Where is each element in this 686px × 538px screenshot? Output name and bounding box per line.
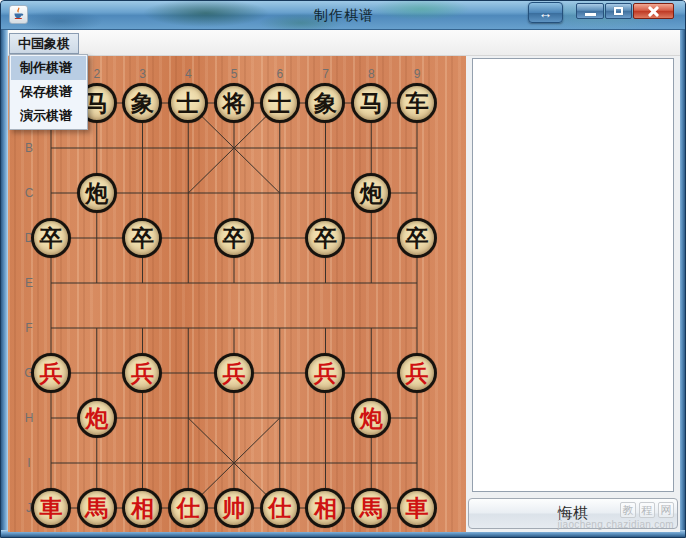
watermark-url: jiaocheng.chazidian.com xyxy=(558,519,674,530)
watermark-box-char: 程 xyxy=(639,502,655,518)
piece-red-車-J1[interactable]: 車 xyxy=(31,488,71,528)
piece-black-炮-C8[interactable]: 炮 xyxy=(351,173,391,213)
column-label-8: 8 xyxy=(368,67,375,81)
piece-black-卒-D5[interactable]: 卒 xyxy=(214,218,254,258)
column-label-3: 3 xyxy=(139,67,146,81)
minimize-icon xyxy=(585,13,596,16)
column-label-7: 7 xyxy=(322,67,329,81)
move-list-area[interactable] xyxy=(472,58,674,492)
piece-red-兵-G7[interactable]: 兵 xyxy=(305,353,345,393)
column-label-6: 6 xyxy=(276,67,283,81)
piece-red-兵-G3[interactable]: 兵 xyxy=(122,353,162,393)
piece-black-将-A5[interactable]: 将 xyxy=(214,83,254,123)
piece-red-兵-G9[interactable]: 兵 xyxy=(397,353,437,393)
close-button[interactable] xyxy=(633,3,674,19)
piece-red-車-J9[interactable]: 車 xyxy=(397,488,437,528)
piece-red-炮-H2[interactable]: 炮 xyxy=(77,398,117,438)
menu-chinese-chess[interactable]: 中国象棋 xyxy=(9,33,79,54)
column-label-2: 2 xyxy=(93,67,100,81)
close-icon xyxy=(648,6,659,17)
piece-red-兵-G5[interactable]: 兵 xyxy=(214,353,254,393)
column-label-5: 5 xyxy=(231,67,238,81)
column-label-4: 4 xyxy=(185,67,192,81)
dropdown-item-3[interactable]: 演示棋谱 xyxy=(11,104,86,128)
window-frame-left xyxy=(1,30,8,532)
side-panel: 悔棋 教程网 jiaocheng.chazidian.com xyxy=(466,56,680,532)
column-label-9: 9 xyxy=(414,67,421,81)
watermark-box-char: 网 xyxy=(658,502,674,518)
piece-red-馬-J2[interactable]: 馬 xyxy=(77,488,117,528)
piece-red-馬-J8[interactable]: 馬 xyxy=(351,488,391,528)
chinese-chess-dropdown-menu: 制作棋谱保存棋谱演示棋谱 xyxy=(9,54,88,130)
maximize-button[interactable] xyxy=(605,3,632,19)
left-right-arrow-icon: ↔ xyxy=(539,5,553,21)
watermark: 教程网 jiaocheng.chazidian.com xyxy=(558,500,674,530)
client-area: 中国象棋 123456789ABCDEFGHIJ 车马象士将士象马车炮炮卒卒卒卒… xyxy=(8,30,680,532)
piece-black-士-A4[interactable]: 士 xyxy=(168,83,208,123)
piece-black-象-A3[interactable]: 象 xyxy=(122,83,162,123)
watermark-boxes: 教程网 xyxy=(620,502,674,518)
minimize-button[interactable] xyxy=(576,3,604,19)
piece-black-象-A7[interactable]: 象 xyxy=(305,83,345,123)
piece-red-仕-J6[interactable]: 仕 xyxy=(260,488,300,528)
watermark-box-char: 教 xyxy=(620,502,636,518)
piece-red-相-J7[interactable]: 相 xyxy=(305,488,345,528)
piece-red-帅-J5[interactable]: 帅 xyxy=(214,488,254,528)
maximize-icon xyxy=(614,7,623,15)
menu-bar: 中国象棋 xyxy=(8,30,680,56)
piece-black-炮-C2[interactable]: 炮 xyxy=(77,173,117,213)
piece-red-相-J3[interactable]: 相 xyxy=(122,488,162,528)
swap-window-button[interactable]: ↔ xyxy=(528,2,563,23)
piece-black-士-A6[interactable]: 士 xyxy=(260,83,300,123)
dropdown-item-1[interactable]: 制作棋谱 xyxy=(11,56,86,80)
piece-red-兵-G1[interactable]: 兵 xyxy=(31,353,71,393)
title-bar: 制作棋谱 ↔ xyxy=(1,1,686,30)
piece-black-卒-D7[interactable]: 卒 xyxy=(305,218,345,258)
dropdown-item-2[interactable]: 保存棋谱 xyxy=(11,80,86,104)
piece-black-车-A9[interactable]: 车 xyxy=(397,83,437,123)
piece-black-卒-D1[interactable]: 卒 xyxy=(31,218,71,258)
piece-layer: 车马象士将士象马车炮炮卒卒卒卒卒兵兵兵兵兵炮炮車馬相仕帅仕相馬車 xyxy=(28,81,440,531)
piece-black-卒-D9[interactable]: 卒 xyxy=(397,218,437,258)
piece-red-炮-H8[interactable]: 炮 xyxy=(351,398,391,438)
piece-black-卒-D3[interactable]: 卒 xyxy=(122,218,162,258)
app-window: 制作棋谱 ↔ 中国象棋 123456789ABCDEFGHIJ 车马象士将士象马… xyxy=(0,0,686,538)
piece-black-马-A8[interactable]: 马 xyxy=(351,83,391,123)
piece-red-仕-J4[interactable]: 仕 xyxy=(168,488,208,528)
